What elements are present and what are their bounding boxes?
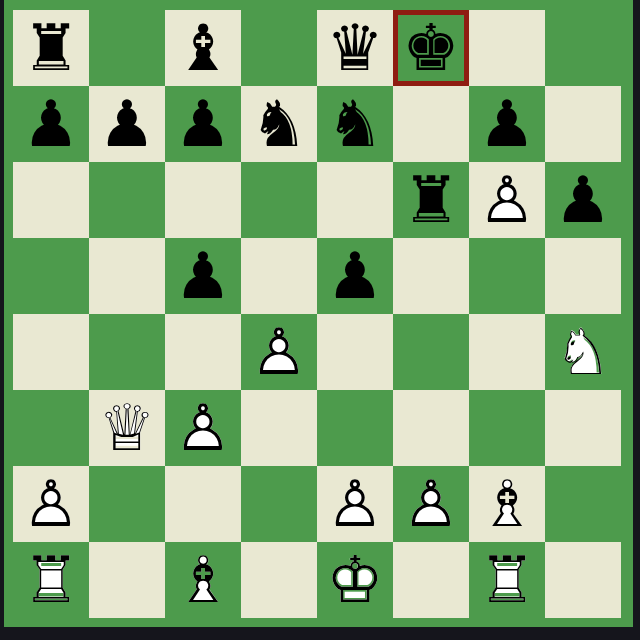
black-queen-glyph: ♛ (317, 10, 393, 86)
square-g7[interactable]: ♟ (469, 86, 545, 162)
square-f6[interactable]: ♜ (393, 162, 469, 238)
square-c7[interactable]: ♟ (165, 86, 241, 162)
square-e1[interactable]: ♚♔ (317, 542, 393, 618)
square-c4[interactable] (165, 314, 241, 390)
piece-black-rook[interactable]: ♜ (393, 162, 469, 238)
square-b5[interactable] (89, 238, 165, 314)
square-b1[interactable] (89, 542, 165, 618)
square-d7[interactable]: ♞ (241, 86, 317, 162)
white-knight-outline-glyph: ♘ (545, 314, 621, 390)
piece-black-pawn[interactable]: ♟ (545, 162, 621, 238)
square-g4[interactable] (469, 314, 545, 390)
piece-black-pawn[interactable]: ♟ (165, 86, 241, 162)
app-background: ♜♝♛♚♟♟♟♞♞♟♜♟♙♟♟♟♟♙♞♘♛♕♟♙♟♙♟♙♟♙♝♗♜♖♝♗♚♔♜♖ (0, 0, 640, 640)
square-a4[interactable] (13, 314, 89, 390)
black-pawn-glyph: ♟ (317, 238, 393, 314)
piece-black-pawn[interactable]: ♟ (469, 86, 545, 162)
square-b3[interactable]: ♛♕ (89, 390, 165, 466)
piece-white-bishop[interactable]: ♝♗ (165, 542, 241, 618)
square-e5[interactable]: ♟ (317, 238, 393, 314)
piece-white-knight[interactable]: ♞♘ (545, 314, 621, 390)
square-h1[interactable] (545, 542, 621, 618)
square-a8[interactable]: ♜ (13, 10, 89, 86)
square-d8[interactable] (241, 10, 317, 86)
square-e7[interactable]: ♞ (317, 86, 393, 162)
square-c8[interactable]: ♝ (165, 10, 241, 86)
piece-white-queen[interactable]: ♛♕ (89, 390, 165, 466)
square-g5[interactable] (469, 238, 545, 314)
white-rook-outline-glyph: ♖ (13, 542, 89, 618)
white-bishop-outline-glyph: ♗ (165, 542, 241, 618)
black-rook-glyph: ♜ (393, 162, 469, 238)
square-e4[interactable] (317, 314, 393, 390)
square-b7[interactable]: ♟ (89, 86, 165, 162)
black-pawn-glyph: ♟ (165, 238, 241, 314)
square-e8[interactable]: ♛ (317, 10, 393, 86)
piece-white-pawn[interactable]: ♟♙ (393, 466, 469, 542)
square-c5[interactable]: ♟ (165, 238, 241, 314)
square-h2[interactable] (545, 466, 621, 542)
white-pawn-outline-glyph: ♙ (317, 466, 393, 542)
square-f5[interactable] (393, 238, 469, 314)
square-c2[interactable] (165, 466, 241, 542)
piece-white-rook[interactable]: ♜♖ (13, 542, 89, 618)
white-rook-outline-glyph: ♖ (469, 542, 545, 618)
square-a7[interactable]: ♟ (13, 86, 89, 162)
piece-white-pawn[interactable]: ♟♙ (241, 314, 317, 390)
piece-white-pawn[interactable]: ♟♙ (317, 466, 393, 542)
square-d1[interactable] (241, 542, 317, 618)
square-b6[interactable] (89, 162, 165, 238)
piece-white-bishop[interactable]: ♝♗ (469, 466, 545, 542)
black-king-glyph: ♚ (393, 10, 469, 86)
square-h7[interactable] (545, 86, 621, 162)
piece-black-knight[interactable]: ♞ (317, 86, 393, 162)
white-queen-outline-glyph: ♕ (89, 390, 165, 466)
piece-black-pawn[interactable]: ♟ (13, 86, 89, 162)
piece-white-rook[interactable]: ♜♖ (469, 542, 545, 618)
white-pawn-outline-glyph: ♙ (241, 314, 317, 390)
piece-white-pawn[interactable]: ♟♙ (13, 466, 89, 542)
black-pawn-glyph: ♟ (545, 162, 621, 238)
piece-black-bishop[interactable]: ♝ (165, 10, 241, 86)
square-e3[interactable] (317, 390, 393, 466)
square-b8[interactable] (89, 10, 165, 86)
square-h4[interactable]: ♞♘ (545, 314, 621, 390)
square-f8[interactable]: ♚ (393, 10, 469, 86)
square-f2[interactable]: ♟♙ (393, 466, 469, 542)
chess-board: ♜♝♛♚♟♟♟♞♞♟♜♟♙♟♟♟♟♙♞♘♛♕♟♙♟♙♟♙♟♙♝♗♜♖♝♗♚♔♜♖ (13, 10, 621, 618)
square-g6[interactable]: ♟♙ (469, 162, 545, 238)
square-d3[interactable] (241, 390, 317, 466)
white-bishop-outline-glyph: ♗ (469, 466, 545, 542)
white-pawn-outline-glyph: ♙ (165, 390, 241, 466)
square-h6[interactable]: ♟ (545, 162, 621, 238)
white-king-outline-glyph: ♔ (317, 542, 393, 618)
piece-black-pawn[interactable]: ♟ (89, 86, 165, 162)
piece-black-queen[interactable]: ♛ (317, 10, 393, 86)
piece-white-pawn[interactable]: ♟♙ (469, 162, 545, 238)
square-d6[interactable] (241, 162, 317, 238)
square-d2[interactable] (241, 466, 317, 542)
square-c3[interactable]: ♟♙ (165, 390, 241, 466)
black-pawn-glyph: ♟ (89, 86, 165, 162)
square-d5[interactable] (241, 238, 317, 314)
white-pawn-outline-glyph: ♙ (469, 162, 545, 238)
square-g3[interactable] (469, 390, 545, 466)
square-g2[interactable]: ♝♗ (469, 466, 545, 542)
piece-black-pawn[interactable]: ♟ (317, 238, 393, 314)
square-h5[interactable] (545, 238, 621, 314)
black-knight-glyph: ♞ (317, 86, 393, 162)
square-f3[interactable] (393, 390, 469, 466)
square-e2[interactable]: ♟♙ (317, 466, 393, 542)
square-f4[interactable] (393, 314, 469, 390)
piece-white-king[interactable]: ♚♔ (317, 542, 393, 618)
white-pawn-outline-glyph: ♙ (393, 466, 469, 542)
piece-black-pawn[interactable]: ♟ (165, 238, 241, 314)
square-a6[interactable] (13, 162, 89, 238)
square-g8[interactable] (469, 10, 545, 86)
square-h8[interactable] (545, 10, 621, 86)
piece-black-king[interactable]: ♚ (393, 10, 469, 86)
square-h3[interactable] (545, 390, 621, 466)
square-b4[interactable] (89, 314, 165, 390)
square-a5[interactable] (13, 238, 89, 314)
square-a2[interactable]: ♟♙ (13, 466, 89, 542)
square-c6[interactable] (165, 162, 241, 238)
square-a1[interactable]: ♜♖ (13, 542, 89, 618)
piece-black-rook[interactable]: ♜ (13, 10, 89, 86)
black-knight-glyph: ♞ (241, 86, 317, 162)
black-pawn-glyph: ♟ (469, 86, 545, 162)
square-f1[interactable] (393, 542, 469, 618)
square-g1[interactable]: ♜♖ (469, 542, 545, 618)
black-rook-glyph: ♜ (13, 10, 89, 86)
piece-white-pawn[interactable]: ♟♙ (165, 390, 241, 466)
black-pawn-glyph: ♟ (165, 86, 241, 162)
square-a3[interactable] (13, 390, 89, 466)
piece-black-knight[interactable]: ♞ (241, 86, 317, 162)
square-b2[interactable] (89, 466, 165, 542)
black-pawn-glyph: ♟ (13, 86, 89, 162)
square-d4[interactable]: ♟♙ (241, 314, 317, 390)
black-bishop-glyph: ♝ (165, 10, 241, 86)
white-pawn-outline-glyph: ♙ (13, 466, 89, 542)
board-frame: ♜♝♛♚♟♟♟♞♞♟♜♟♙♟♟♟♟♙♞♘♛♕♟♙♟♙♟♙♟♙♝♗♜♖♝♗♚♔♜♖ (4, 0, 633, 627)
square-c1[interactable]: ♝♗ (165, 542, 241, 618)
square-e6[interactable] (317, 162, 393, 238)
square-f7[interactable] (393, 86, 469, 162)
